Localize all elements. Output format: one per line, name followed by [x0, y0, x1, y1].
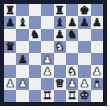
- piece-white-bishop[interactable]: ♝: [92, 78, 102, 89]
- square-d8[interactable]: [41, 4, 53, 16]
- piece-black-rook[interactable]: ♜: [55, 4, 65, 15]
- square-g6[interactable]: [78, 29, 90, 41]
- piece-white-pawn[interactable]: ♟: [67, 78, 77, 89]
- square-b5[interactable]: [16, 41, 28, 53]
- square-h6[interactable]: [91, 29, 103, 41]
- square-b4[interactable]: ♟: [16, 53, 28, 65]
- square-c3[interactable]: [29, 65, 41, 77]
- square-e6[interactable]: ♟: [54, 29, 66, 41]
- square-g3[interactable]: [78, 65, 90, 77]
- square-g8[interactable]: ♚: [78, 4, 90, 16]
- piece-black-pawn[interactable]: ♟: [67, 16, 77, 27]
- square-e3[interactable]: [54, 65, 66, 77]
- square-d5[interactable]: [41, 41, 53, 53]
- piece-white-knight[interactable]: ♞: [67, 65, 77, 76]
- square-e5[interactable]: ♞: [54, 41, 66, 53]
- square-f1[interactable]: ♜: [66, 90, 78, 102]
- square-a7[interactable]: ♟: [4, 16, 16, 28]
- piece-white-king[interactable]: ♚: [80, 90, 90, 101]
- square-d2[interactable]: [41, 78, 53, 90]
- square-g7[interactable]: ♟: [78, 16, 90, 28]
- piece-black-pawn[interactable]: ♟: [5, 16, 15, 27]
- square-b6[interactable]: [16, 29, 28, 41]
- square-h8[interactable]: [91, 4, 103, 16]
- piece-white-pawn[interactable]: ♟: [92, 65, 102, 76]
- square-c8[interactable]: [29, 4, 41, 16]
- piece-black-pawn[interactable]: ♟: [80, 16, 90, 27]
- square-h4[interactable]: [91, 53, 103, 65]
- piece-black-queen[interactable]: ♛: [5, 41, 15, 52]
- square-a3[interactable]: [4, 65, 16, 77]
- piece-white-knight[interactable]: ♞: [55, 41, 65, 52]
- square-f7[interactable]: ♟: [66, 16, 78, 28]
- square-d4[interactable]: ♟: [41, 53, 53, 65]
- square-d1[interactable]: ♜: [41, 90, 53, 102]
- piece-black-pawn[interactable]: ♟: [18, 53, 28, 64]
- piece-black-knight[interactable]: ♞: [67, 29, 77, 40]
- square-f5[interactable]: [66, 41, 78, 53]
- piece-white-pawn[interactable]: ♟: [42, 65, 52, 76]
- square-f2[interactable]: ♟: [66, 78, 78, 90]
- piece-white-rook[interactable]: ♜: [42, 90, 52, 101]
- piece-white-pawn[interactable]: ♟: [80, 78, 90, 89]
- square-c4[interactable]: [29, 53, 41, 65]
- square-g2[interactable]: ♟: [78, 78, 90, 90]
- square-e4[interactable]: [54, 53, 66, 65]
- piece-white-pawn[interactable]: ♟: [5, 78, 15, 89]
- square-c1[interactable]: [29, 90, 41, 102]
- square-f8[interactable]: [66, 4, 78, 16]
- square-h5[interactable]: [91, 41, 103, 53]
- square-a4[interactable]: [4, 53, 16, 65]
- square-a6[interactable]: [4, 29, 16, 41]
- piece-white-pawn[interactable]: ♟: [42, 53, 52, 64]
- square-a8[interactable]: ♜: [4, 4, 16, 16]
- square-h2[interactable]: ♝: [91, 78, 103, 90]
- square-a5[interactable]: ♛: [4, 41, 16, 53]
- square-a1[interactable]: [4, 90, 16, 102]
- square-h3[interactable]: ♟: [91, 65, 103, 77]
- chess-board-grid: ♜♜♚♟♝♝♟♟♟♞♟♞♛♞♟♟♟♞♟♟♟♛♟♟♝♜♜♚: [4, 4, 103, 102]
- square-c2[interactable]: [29, 78, 41, 90]
- square-d3[interactable]: ♟: [41, 65, 53, 77]
- chess-board: ♜♜♚♟♝♝♟♟♟♞♟♞♛♞♟♟♟♞♟♟♟♛♟♟♝♜♜♚: [0, 0, 107, 106]
- piece-black-king[interactable]: ♚: [80, 4, 90, 15]
- piece-black-bishop[interactable]: ♝: [55, 16, 65, 27]
- square-b3[interactable]: [16, 65, 28, 77]
- square-f6[interactable]: ♞: [66, 29, 78, 41]
- square-f3[interactable]: ♞: [66, 65, 78, 77]
- piece-white-pawn[interactable]: ♟: [18, 78, 28, 89]
- square-c5[interactable]: [29, 41, 41, 53]
- square-d6[interactable]: [41, 29, 53, 41]
- piece-black-knight[interactable]: ♞: [30, 29, 40, 40]
- square-b7[interactable]: ♝: [16, 16, 28, 28]
- piece-white-rook[interactable]: ♜: [67, 90, 77, 101]
- square-e2[interactable]: ♛: [54, 78, 66, 90]
- square-b8[interactable]: [16, 4, 28, 16]
- piece-black-pawn[interactable]: ♟: [92, 16, 102, 27]
- piece-black-bishop[interactable]: ♝: [18, 16, 28, 27]
- square-g1[interactable]: ♚: [78, 90, 90, 102]
- square-f4[interactable]: [66, 53, 78, 65]
- square-h1[interactable]: [91, 90, 103, 102]
- square-c7[interactable]: [29, 16, 41, 28]
- square-e8[interactable]: ♜: [54, 4, 66, 16]
- piece-white-queen[interactable]: ♛: [55, 78, 65, 89]
- square-c6[interactable]: ♞: [29, 29, 41, 41]
- square-g4[interactable]: [78, 53, 90, 65]
- piece-black-rook[interactable]: ♜: [5, 4, 15, 15]
- square-b2[interactable]: ♟: [16, 78, 28, 90]
- square-a2[interactable]: ♟: [4, 78, 16, 90]
- square-h7[interactable]: ♟: [91, 16, 103, 28]
- piece-black-pawn[interactable]: ♟: [55, 29, 65, 40]
- square-g5[interactable]: [78, 41, 90, 53]
- square-d7[interactable]: [41, 16, 53, 28]
- square-e1[interactable]: [54, 90, 66, 102]
- square-e7[interactable]: ♝: [54, 16, 66, 28]
- square-b1[interactable]: [16, 90, 28, 102]
